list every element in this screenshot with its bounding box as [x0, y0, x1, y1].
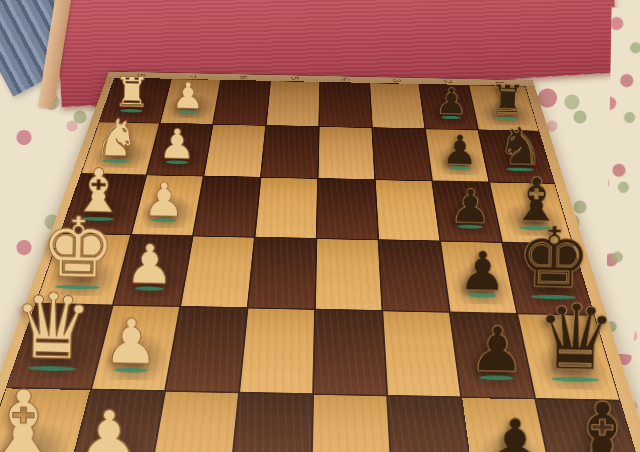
board-scene: 87654321 ♜♟♟♜♞♟♟♞♝♟♟♝♚♟♟♚♛♟♟♛♝♟♟♝♞♟♟♞♜♟♟…	[0, 0, 640, 452]
piece-black-pawn[interactable]: ♟	[481, 408, 548, 452]
board-tilt: 87654321 ♜♟♟♜♞♟♟♞♝♟♟♝♚♟♟♚♛♟♟♛♝♟♟♝♞♟♟♞♜♟♟…	[0, 72, 640, 452]
piece-black-pawn[interactable]: ♟	[449, 182, 492, 229]
square-r2-c3[interactable]	[204, 125, 265, 177]
square-r3-c4[interactable]	[255, 177, 317, 237]
square-r4-c4[interactable]	[248, 238, 315, 309]
square-r6-c4[interactable]	[230, 393, 313, 452]
square-r5-c3[interactable]	[166, 307, 247, 392]
square-r6-c2[interactable]: ♟	[65, 390, 163, 452]
square-r6-c7[interactable]: ♟	[462, 398, 556, 452]
square-r6-c6[interactable]	[388, 397, 474, 452]
square-r5-c7[interactable]: ♟	[451, 313, 535, 398]
piece-white-bishop[interactable]: ♝	[0, 378, 65, 452]
square-r2-c6[interactable]	[373, 128, 432, 180]
board-playing-area: ♜♟♟♜♞♟♟♞♝♟♟♝♚♟♟♚♛♟♟♛♝♟♟♝♞♟♟♞♜♟♟♜	[0, 77, 640, 452]
piece-white-pawn[interactable]: ♟	[103, 311, 160, 374]
piece-white-pawn[interactable]: ♟	[76, 400, 143, 452]
top-coordinate-label: 6	[238, 75, 249, 79]
square-r2-c2[interactable]: ♟	[147, 124, 212, 176]
square-r3-c5[interactable]	[317, 179, 377, 239]
square-r2-c4[interactable]	[261, 126, 318, 178]
square-r5-c4[interactable]	[240, 309, 314, 394]
board-squares-grid: ♜♟♟♜♞♟♟♞♝♟♟♝♚♟♟♚♛♟♟♛♝♟♟♝♞♟♟♞♜♟♟♜	[0, 78, 640, 452]
piece-white-pawn[interactable]: ♟	[171, 78, 204, 115]
piece-black-queen[interactable]: ♛	[534, 292, 617, 384]
square-r1-c7[interactable]: ♟	[420, 84, 478, 129]
square-r5-c5[interactable]	[314, 310, 386, 395]
square-r4-c3[interactable]	[181, 236, 254, 307]
square-r3-c7[interactable]: ♟	[433, 181, 501, 242]
piece-white-pawn[interactable]: ♟	[124, 237, 174, 292]
square-r1-c5[interactable]	[320, 82, 372, 127]
piece-white-pawn[interactable]: ♟	[158, 123, 196, 165]
chess-board: 87654321 ♜♟♟♜♞♟♟♞♝♟♟♝♚♟♟♚♛♟♟♛♝♟♟♝♞♟♟♞♜♟♟…	[0, 72, 640, 452]
square-r1-c4[interactable]	[267, 81, 320, 126]
piece-black-pawn[interactable]: ♟	[458, 244, 508, 299]
piece-black-pawn[interactable]: ♟	[469, 319, 526, 382]
piece-black-bishop[interactable]: ♝	[559, 390, 640, 452]
top-coordinate-label: 7	[186, 74, 197, 78]
square-r5-c2[interactable]: ♟	[92, 306, 179, 391]
piece-black-pawn[interactable]: ♟	[441, 129, 479, 171]
square-r1-c6[interactable]	[370, 83, 424, 128]
top-coordinate-label: 5	[289, 76, 300, 80]
top-coordinate-label: 3	[391, 79, 402, 83]
piece-white-pawn[interactable]: ♟	[143, 176, 186, 223]
square-r4-c5[interactable]	[316, 239, 382, 310]
top-coordinate-label: 1	[493, 81, 504, 85]
square-r1-c3[interactable]	[213, 80, 269, 125]
square-r3-c6[interactable]	[376, 180, 440, 240]
square-r6-c5[interactable]	[312, 395, 392, 452]
square-r5-c6[interactable]	[383, 311, 460, 396]
square-r3-c3[interactable]	[194, 176, 260, 236]
square-r4-c2[interactable]: ♟	[114, 235, 192, 306]
square-r4-c7[interactable]: ♟	[441, 241, 516, 312]
top-coordinate-label: 8	[135, 73, 147, 77]
square-r2-c5[interactable]	[319, 127, 375, 179]
top-coordinate-label: 4	[340, 78, 351, 82]
square-r6-c8[interactable]: ♝	[537, 400, 640, 452]
square-r1-c2[interactable]: ♟	[160, 79, 220, 124]
square-r4-c6[interactable]	[379, 240, 449, 311]
piece-white-queen[interactable]: ♛	[12, 281, 95, 373]
square-r2-c7[interactable]: ♟	[426, 129, 489, 181]
top-coordinate-label: 2	[442, 80, 453, 84]
piece-black-pawn[interactable]: ♟	[435, 83, 468, 120]
photo-stage: 87654321 ♜♟♟♜♞♟♟♞♝♟♟♝♚♟♟♚♛♟♟♛♝♟♟♝♞♟♟♞♜♟♟…	[0, 0, 640, 452]
